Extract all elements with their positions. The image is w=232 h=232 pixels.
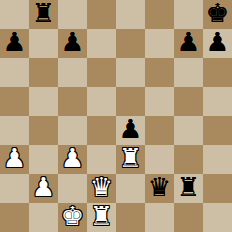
square-b8[interactable]: ♜ (29, 0, 58, 29)
square-d3[interactable] (87, 145, 116, 174)
square-b6[interactable] (29, 58, 58, 87)
white-pawn[interactable]: ♟ (61, 145, 84, 173)
square-b1[interactable] (29, 203, 58, 232)
square-e8[interactable] (116, 0, 145, 29)
black-king[interactable]: ♚ (206, 0, 229, 28)
black-queen[interactable]: ♛ (148, 174, 171, 202)
square-h8[interactable]: ♚ (203, 0, 232, 29)
square-a3[interactable]: ♟ (0, 145, 29, 174)
square-c2[interactable] (58, 174, 87, 203)
square-b5[interactable] (29, 87, 58, 116)
square-g5[interactable] (174, 87, 203, 116)
square-a5[interactable] (0, 87, 29, 116)
square-c8[interactable] (58, 0, 87, 29)
square-g6[interactable] (174, 58, 203, 87)
square-d4[interactable] (87, 116, 116, 145)
square-g4[interactable] (174, 116, 203, 145)
square-g2[interactable]: ♜ (174, 174, 203, 203)
white-rook[interactable]: ♜ (119, 145, 142, 173)
square-f7[interactable] (145, 29, 174, 58)
square-e2[interactable] (116, 174, 145, 203)
square-c5[interactable] (58, 87, 87, 116)
square-a7[interactable]: ♟ (0, 29, 29, 58)
square-b2[interactable]: ♟ (29, 174, 58, 203)
square-h7[interactable]: ♟ (203, 29, 232, 58)
square-a6[interactable] (0, 58, 29, 87)
white-pawn[interactable]: ♟ (32, 174, 55, 202)
square-c3[interactable]: ♟ (58, 145, 87, 174)
square-d8[interactable] (87, 0, 116, 29)
black-pawn[interactable]: ♟ (119, 116, 142, 144)
square-g3[interactable] (174, 145, 203, 174)
square-d6[interactable] (87, 58, 116, 87)
square-h3[interactable] (203, 145, 232, 174)
black-pawn[interactable]: ♟ (3, 29, 26, 57)
square-h2[interactable] (203, 174, 232, 203)
square-h6[interactable] (203, 58, 232, 87)
black-pawn[interactable]: ♟ (206, 29, 229, 57)
black-pawn[interactable]: ♟ (61, 29, 84, 57)
square-f5[interactable] (145, 87, 174, 116)
black-pawn[interactable]: ♟ (177, 29, 200, 57)
square-e6[interactable] (116, 58, 145, 87)
square-d7[interactable] (87, 29, 116, 58)
square-d2[interactable]: ♛ (87, 174, 116, 203)
black-rook[interactable]: ♜ (32, 0, 55, 28)
square-a8[interactable] (0, 0, 29, 29)
black-rook[interactable]: ♜ (177, 174, 200, 202)
square-g1[interactable] (174, 203, 203, 232)
square-a2[interactable] (0, 174, 29, 203)
square-g8[interactable] (174, 0, 203, 29)
square-c7[interactable]: ♟ (58, 29, 87, 58)
chess-board: ♜♚♟♟♟♟♟♟♟♜♟♛♛♜♚♜ (0, 0, 232, 232)
square-b3[interactable] (29, 145, 58, 174)
square-e7[interactable] (116, 29, 145, 58)
square-c1[interactable]: ♚ (58, 203, 87, 232)
square-f2[interactable]: ♛ (145, 174, 174, 203)
square-d5[interactable] (87, 87, 116, 116)
square-h5[interactable] (203, 87, 232, 116)
square-e3[interactable]: ♜ (116, 145, 145, 174)
square-f6[interactable] (145, 58, 174, 87)
square-e4[interactable]: ♟ (116, 116, 145, 145)
square-c4[interactable] (58, 116, 87, 145)
white-queen[interactable]: ♛ (90, 174, 113, 202)
square-b4[interactable] (29, 116, 58, 145)
white-king[interactable]: ♚ (61, 203, 84, 231)
square-f3[interactable] (145, 145, 174, 174)
square-d1[interactable]: ♜ (87, 203, 116, 232)
square-f8[interactable] (145, 0, 174, 29)
square-c6[interactable] (58, 58, 87, 87)
square-a1[interactable] (0, 203, 29, 232)
square-h4[interactable] (203, 116, 232, 145)
square-g7[interactable]: ♟ (174, 29, 203, 58)
square-b7[interactable] (29, 29, 58, 58)
white-rook[interactable]: ♜ (90, 203, 113, 231)
white-pawn[interactable]: ♟ (3, 145, 26, 173)
square-a4[interactable] (0, 116, 29, 145)
square-e1[interactable] (116, 203, 145, 232)
square-h1[interactable] (203, 203, 232, 232)
square-f4[interactable] (145, 116, 174, 145)
square-e5[interactable] (116, 87, 145, 116)
square-f1[interactable] (145, 203, 174, 232)
